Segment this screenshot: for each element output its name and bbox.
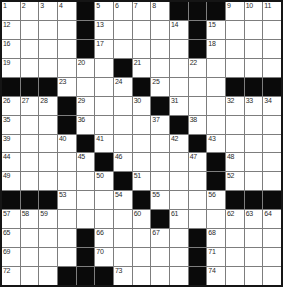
cell-r14c15[interactable] bbox=[263, 248, 281, 266]
cell-r7c9[interactable]: 37 bbox=[151, 116, 169, 134]
clue-number-38: 38 bbox=[190, 116, 197, 124]
cell-r12c8[interactable]: 60 bbox=[133, 210, 151, 228]
cell-r12c6[interactable] bbox=[95, 210, 113, 228]
cell-r3c2[interactable] bbox=[21, 40, 39, 58]
cell-r7c11[interactable]: 38 bbox=[189, 116, 207, 134]
cell-r10c5[interactable] bbox=[77, 172, 95, 190]
block-cell-r7c10 bbox=[170, 116, 188, 134]
cell-r9c8[interactable] bbox=[133, 153, 151, 171]
cell-r3c9[interactable] bbox=[151, 40, 169, 58]
cell-r1c2[interactable]: 2 bbox=[21, 2, 39, 20]
cell-r3c7[interactable] bbox=[114, 40, 132, 58]
clue-number-25: 25 bbox=[152, 78, 159, 86]
cell-r12c15[interactable]: 64 bbox=[263, 210, 281, 228]
clue-number-33: 33 bbox=[246, 97, 253, 105]
cell-r1c7[interactable]: 6 bbox=[114, 2, 132, 20]
cell-r11c12[interactable]: 56 bbox=[207, 191, 225, 209]
clue-number-66: 66 bbox=[96, 229, 103, 237]
clue-number-6: 6 bbox=[115, 2, 119, 10]
cell-r7c7[interactable] bbox=[114, 116, 132, 134]
block-cell-r11c2 bbox=[21, 191, 39, 209]
clue-number-69: 69 bbox=[3, 248, 10, 256]
cell-r4c4[interactable] bbox=[58, 59, 76, 77]
block-cell-r2c11 bbox=[189, 21, 207, 39]
cell-r15c14[interactable] bbox=[245, 267, 263, 285]
cell-r6c10[interactable]: 31 bbox=[170, 97, 188, 115]
cell-r8c10[interactable]: 42 bbox=[170, 135, 188, 153]
clue-number-30: 30 bbox=[134, 97, 141, 105]
block-cell-r9c12 bbox=[207, 153, 225, 171]
cell-r7c15[interactable] bbox=[263, 116, 281, 134]
clue-number-71: 71 bbox=[208, 248, 215, 256]
clue-number-51: 51 bbox=[134, 172, 141, 180]
cell-r4c15[interactable] bbox=[263, 59, 281, 77]
cell-r10c10[interactable] bbox=[170, 172, 188, 190]
cell-r7c3[interactable] bbox=[39, 116, 57, 134]
cell-r5c4[interactable]: 23 bbox=[58, 78, 76, 96]
cell-r8c4[interactable]: 40 bbox=[58, 135, 76, 153]
cell-r4c14[interactable] bbox=[245, 59, 263, 77]
cell-r3c6[interactable]: 17 bbox=[95, 40, 113, 58]
block-cell-r11c14 bbox=[245, 191, 263, 209]
clue-number-67: 67 bbox=[152, 229, 159, 237]
clue-number-73: 73 bbox=[115, 267, 122, 275]
clue-number-41: 41 bbox=[96, 135, 103, 143]
clue-number-61: 61 bbox=[171, 210, 178, 218]
cell-r3c3[interactable] bbox=[39, 40, 57, 58]
clue-number-31: 31 bbox=[171, 97, 178, 105]
clue-number-74: 74 bbox=[208, 267, 215, 275]
cell-r12c5[interactable] bbox=[77, 210, 95, 228]
cell-r2c1[interactable]: 12 bbox=[2, 21, 20, 39]
cell-r7c8[interactable] bbox=[133, 116, 151, 134]
block-cell-r12c9 bbox=[151, 210, 169, 228]
block-cell-r10c12 bbox=[207, 172, 225, 190]
cell-r15c2[interactable] bbox=[21, 267, 39, 285]
cell-r13c8[interactable] bbox=[133, 229, 151, 247]
cell-r14c14[interactable] bbox=[245, 248, 263, 266]
cell-r4c9[interactable] bbox=[151, 59, 169, 77]
clue-number-4: 4 bbox=[59, 2, 63, 10]
cell-r11c11[interactable] bbox=[189, 191, 207, 209]
cell-r12c12[interactable] bbox=[207, 210, 225, 228]
cell-r12c10[interactable]: 61 bbox=[170, 210, 188, 228]
cell-r6c12[interactable] bbox=[207, 97, 225, 115]
clue-number-59: 59 bbox=[40, 210, 47, 218]
cell-r8c1[interactable]: 39 bbox=[2, 135, 20, 153]
clue-number-35: 35 bbox=[3, 116, 10, 124]
cell-r13c15[interactable] bbox=[263, 229, 281, 247]
clue-number-8: 8 bbox=[152, 2, 156, 10]
cell-r2c6[interactable]: 13 bbox=[95, 21, 113, 39]
cell-r8c12[interactable]: 43 bbox=[207, 135, 225, 153]
cell-r10c11[interactable] bbox=[189, 172, 207, 190]
clue-number-60: 60 bbox=[134, 210, 141, 218]
block-cell-r3c5 bbox=[77, 40, 95, 58]
clue-number-19: 19 bbox=[3, 59, 10, 67]
cell-r14c9[interactable] bbox=[151, 248, 169, 266]
clue-number-9: 9 bbox=[227, 2, 231, 10]
cell-r2c3[interactable] bbox=[39, 21, 57, 39]
clue-number-70: 70 bbox=[96, 248, 103, 256]
clue-number-72: 72 bbox=[3, 267, 10, 275]
block-cell-r9c6 bbox=[95, 153, 113, 171]
cell-r2c13[interactable] bbox=[226, 21, 244, 39]
clue-number-43: 43 bbox=[208, 135, 215, 143]
cell-r4c6[interactable] bbox=[95, 59, 113, 77]
cell-r2c9[interactable] bbox=[151, 21, 169, 39]
clue-number-18: 18 bbox=[208, 40, 215, 48]
clue-number-3: 3 bbox=[40, 2, 44, 10]
clue-number-20: 20 bbox=[78, 59, 85, 67]
cell-r9c11[interactable]: 47 bbox=[189, 153, 207, 171]
cell-r8c14[interactable] bbox=[245, 135, 263, 153]
cell-r8c6[interactable]: 41 bbox=[95, 135, 113, 153]
clue-number-1: 1 bbox=[3, 2, 7, 10]
cell-r3c15[interactable] bbox=[263, 40, 281, 58]
cell-r1c9[interactable]: 8 bbox=[151, 2, 169, 20]
cell-r8c15[interactable] bbox=[263, 135, 281, 153]
clue-number-23: 23 bbox=[59, 78, 66, 86]
block-cell-r11c3 bbox=[39, 191, 57, 209]
cell-r13c7[interactable] bbox=[114, 229, 132, 247]
clue-number-53: 53 bbox=[59, 191, 66, 199]
clue-number-39: 39 bbox=[3, 135, 10, 143]
cell-r12c11[interactable] bbox=[189, 210, 207, 228]
cell-r15c8[interactable] bbox=[133, 267, 151, 285]
cell-r15c9[interactable] bbox=[151, 267, 169, 285]
cell-r15c10[interactable] bbox=[170, 267, 188, 285]
cell-r3c4[interactable] bbox=[58, 40, 76, 58]
cell-r4c8[interactable]: 21 bbox=[133, 59, 151, 77]
clue-number-44: 44 bbox=[3, 153, 10, 161]
cell-r8c3[interactable] bbox=[39, 135, 57, 153]
cell-r9c15[interactable] bbox=[263, 153, 281, 171]
cell-r9c3[interactable] bbox=[39, 153, 57, 171]
cell-r9c2[interactable] bbox=[21, 153, 39, 171]
cell-r5c10[interactable] bbox=[170, 78, 188, 96]
cell-r12c4[interactable] bbox=[58, 210, 76, 228]
block-cell-r15c6 bbox=[95, 267, 113, 285]
block-cell-r11c15 bbox=[263, 191, 281, 209]
cell-r2c7[interactable] bbox=[114, 21, 132, 39]
cell-r10c4[interactable] bbox=[58, 172, 76, 190]
cell-r13c2[interactable] bbox=[21, 229, 39, 247]
block-cell-r6c9 bbox=[151, 97, 169, 115]
cell-r6c13[interactable]: 32 bbox=[226, 97, 244, 115]
clue-number-17: 17 bbox=[96, 40, 103, 48]
block-cell-r14c5 bbox=[77, 248, 95, 266]
cell-r10c13[interactable]: 52 bbox=[226, 172, 244, 190]
block-cell-r5c14 bbox=[245, 78, 263, 96]
cell-r9c7[interactable]: 46 bbox=[114, 153, 132, 171]
cell-r15c12[interactable]: 74 bbox=[207, 267, 225, 285]
cell-r3c13[interactable] bbox=[226, 40, 244, 58]
cell-r2c4[interactable] bbox=[58, 21, 76, 39]
cell-r11c9[interactable]: 55 bbox=[151, 191, 169, 209]
cell-r3c8[interactable] bbox=[133, 40, 151, 58]
clue-number-62: 62 bbox=[227, 210, 234, 218]
cell-r6c14[interactable]: 33 bbox=[245, 97, 263, 115]
cell-r1c15[interactable]: 11 bbox=[263, 2, 281, 20]
cell-r10c9[interactable] bbox=[151, 172, 169, 190]
clue-number-21: 21 bbox=[134, 59, 141, 67]
cell-r11c4[interactable]: 53 bbox=[58, 191, 76, 209]
clue-number-11: 11 bbox=[264, 2, 271, 10]
cell-r2c8[interactable] bbox=[133, 21, 151, 39]
block-cell-r5c1 bbox=[2, 78, 20, 96]
cell-r14c13[interactable] bbox=[226, 248, 244, 266]
cell-r14c6[interactable]: 70 bbox=[95, 248, 113, 266]
clue-number-56: 56 bbox=[208, 191, 215, 199]
cell-r8c9[interactable] bbox=[151, 135, 169, 153]
crossword-grid: 1234567891011121314151617181920212223242… bbox=[0, 0, 283, 287]
cell-r15c3[interactable] bbox=[39, 267, 57, 285]
block-cell-r11c8 bbox=[133, 191, 151, 209]
cell-r10c8[interactable]: 51 bbox=[133, 172, 151, 190]
block-cell-r11c13 bbox=[226, 191, 244, 209]
block-cell-r15c5 bbox=[77, 267, 95, 285]
block-cell-r10c7 bbox=[114, 172, 132, 190]
cell-r4c5[interactable]: 20 bbox=[77, 59, 95, 77]
cell-r5c9[interactable]: 25 bbox=[151, 78, 169, 96]
cell-r4c1[interactable]: 19 bbox=[2, 59, 20, 77]
cell-r13c9[interactable]: 67 bbox=[151, 229, 169, 247]
cell-r6c7[interactable] bbox=[114, 97, 132, 115]
clue-number-5: 5 bbox=[96, 2, 100, 10]
cell-r4c11[interactable]: 22 bbox=[189, 59, 207, 77]
block-cell-r1c5 bbox=[77, 2, 95, 20]
clue-number-63: 63 bbox=[246, 210, 253, 218]
cell-r6c5[interactable]: 29 bbox=[77, 97, 95, 115]
cell-r13c6[interactable]: 66 bbox=[95, 229, 113, 247]
block-cell-r13c11 bbox=[189, 229, 207, 247]
clue-number-49: 49 bbox=[3, 172, 10, 180]
cell-r9c10[interactable] bbox=[170, 153, 188, 171]
cell-r4c3[interactable] bbox=[39, 59, 57, 77]
cell-r9c9[interactable] bbox=[151, 153, 169, 171]
cell-r12c14[interactable]: 63 bbox=[245, 210, 263, 228]
cell-r14c12[interactable]: 71 bbox=[207, 248, 225, 266]
cell-r9c4[interactable] bbox=[58, 153, 76, 171]
cell-r6c6[interactable] bbox=[95, 97, 113, 115]
cell-r1c14[interactable]: 10 bbox=[245, 2, 263, 20]
clue-number-32: 32 bbox=[227, 97, 234, 105]
cell-r14c1[interactable]: 69 bbox=[2, 248, 20, 266]
clue-number-46: 46 bbox=[115, 153, 122, 161]
cell-r2c10[interactable]: 14 bbox=[170, 21, 188, 39]
block-cell-r8c5 bbox=[77, 135, 95, 153]
cell-r14c2[interactable] bbox=[21, 248, 39, 266]
cell-r5c11[interactable] bbox=[189, 78, 207, 96]
cell-r4c2[interactable] bbox=[21, 59, 39, 77]
cell-r6c8[interactable]: 30 bbox=[133, 97, 151, 115]
cell-r2c2[interactable] bbox=[21, 21, 39, 39]
clue-number-37: 37 bbox=[152, 116, 159, 124]
cell-r6c1[interactable]: 26 bbox=[2, 97, 20, 115]
cell-r4c13[interactable] bbox=[226, 59, 244, 77]
cell-r3c12[interactable]: 18 bbox=[207, 40, 225, 58]
cell-r7c1[interactable]: 35 bbox=[2, 116, 20, 134]
cell-r12c7[interactable] bbox=[114, 210, 132, 228]
block-cell-r15c4 bbox=[58, 267, 76, 285]
cell-r9c14[interactable] bbox=[245, 153, 263, 171]
cell-r2c14[interactable] bbox=[245, 21, 263, 39]
cell-r10c15[interactable] bbox=[263, 172, 281, 190]
cell-r12c13[interactable]: 62 bbox=[226, 210, 244, 228]
block-cell-r14c11 bbox=[189, 248, 207, 266]
clue-number-55: 55 bbox=[152, 191, 159, 199]
cell-r10c2[interactable] bbox=[21, 172, 39, 190]
cell-r13c1[interactable]: 65 bbox=[2, 229, 20, 247]
clue-number-14: 14 bbox=[171, 21, 178, 29]
clue-number-29: 29 bbox=[78, 97, 85, 105]
block-cell-r3c11 bbox=[189, 40, 207, 58]
cell-r1c1[interactable]: 1 bbox=[2, 2, 20, 20]
cell-r8c7[interactable] bbox=[114, 135, 132, 153]
cell-r3c10[interactable] bbox=[170, 40, 188, 58]
cell-r10c1[interactable]: 49 bbox=[2, 172, 20, 190]
cell-r10c3[interactable] bbox=[39, 172, 57, 190]
cell-r7c12[interactable] bbox=[207, 116, 225, 134]
cell-r14c8[interactable] bbox=[133, 248, 151, 266]
cell-r9c13[interactable]: 48 bbox=[226, 153, 244, 171]
cell-r11c6[interactable] bbox=[95, 191, 113, 209]
cell-r13c3[interactable] bbox=[39, 229, 57, 247]
cell-r14c4[interactable] bbox=[58, 248, 76, 266]
clue-number-64: 64 bbox=[264, 210, 271, 218]
clue-number-26: 26 bbox=[3, 97, 10, 105]
clue-number-27: 27 bbox=[22, 97, 29, 105]
block-cell-r5c3 bbox=[39, 78, 57, 96]
cell-r14c10[interactable] bbox=[170, 248, 188, 266]
block-cell-r8c11 bbox=[189, 135, 207, 153]
clue-number-40: 40 bbox=[59, 135, 66, 143]
cell-r15c7[interactable]: 73 bbox=[114, 267, 132, 285]
cell-r15c13[interactable] bbox=[226, 267, 244, 285]
block-cell-r1c10 bbox=[170, 2, 188, 20]
cell-r1c8[interactable]: 7 bbox=[133, 2, 151, 20]
cell-r7c13[interactable] bbox=[226, 116, 244, 134]
cell-r9c1[interactable]: 44 bbox=[2, 153, 20, 171]
cell-r1c4[interactable]: 4 bbox=[58, 2, 76, 20]
clue-number-36: 36 bbox=[78, 116, 85, 124]
cell-r8c8[interactable] bbox=[133, 135, 151, 153]
cell-r13c10[interactable] bbox=[170, 229, 188, 247]
cell-r14c3[interactable] bbox=[39, 248, 57, 266]
cell-r5c12[interactable] bbox=[207, 78, 225, 96]
clue-number-47: 47 bbox=[190, 153, 197, 161]
clue-number-54: 54 bbox=[115, 191, 122, 199]
cell-r1c6[interactable]: 5 bbox=[95, 2, 113, 20]
clue-number-28: 28 bbox=[40, 97, 47, 105]
cell-r7c5[interactable]: 36 bbox=[77, 116, 95, 134]
block-cell-r15c11 bbox=[189, 267, 207, 285]
cell-r8c13[interactable] bbox=[226, 135, 244, 153]
clue-number-48: 48 bbox=[227, 153, 234, 161]
cell-r8c2[interactable] bbox=[21, 135, 39, 153]
clue-number-52: 52 bbox=[227, 172, 234, 180]
block-cell-r5c8 bbox=[133, 78, 151, 96]
clue-number-24: 24 bbox=[115, 78, 122, 86]
clue-number-68: 68 bbox=[208, 229, 215, 237]
clue-number-45: 45 bbox=[78, 153, 85, 161]
cell-r5c6[interactable] bbox=[95, 78, 113, 96]
clue-number-22: 22 bbox=[190, 59, 197, 67]
crossword-puzzle: 1234567891011121314151617181920212223242… bbox=[0, 0, 283, 287]
cell-r11c10[interactable] bbox=[170, 191, 188, 209]
cell-r14c7[interactable] bbox=[114, 248, 132, 266]
cell-r7c14[interactable] bbox=[245, 116, 263, 134]
cell-r15c15[interactable] bbox=[263, 267, 281, 285]
cell-r10c6[interactable]: 50 bbox=[95, 172, 113, 190]
block-cell-r11c1 bbox=[2, 191, 20, 209]
block-cell-r13c5 bbox=[77, 229, 95, 247]
cell-r3c14[interactable] bbox=[245, 40, 263, 58]
clue-number-65: 65 bbox=[3, 229, 10, 237]
cell-r12c1[interactable]: 57 bbox=[2, 210, 20, 228]
cell-r15c1[interactable]: 72 bbox=[2, 267, 20, 285]
cell-r13c14[interactable] bbox=[245, 229, 263, 247]
cell-r4c10[interactable] bbox=[170, 59, 188, 77]
block-cell-r5c2 bbox=[21, 78, 39, 96]
clue-number-58: 58 bbox=[22, 210, 29, 218]
clue-number-12: 12 bbox=[3, 21, 10, 29]
cell-r5c5[interactable] bbox=[77, 78, 95, 96]
cell-r7c2[interactable] bbox=[21, 116, 39, 134]
clue-number-7: 7 bbox=[134, 2, 138, 10]
cell-r9c5[interactable]: 45 bbox=[77, 153, 95, 171]
block-cell-r2c5 bbox=[77, 21, 95, 39]
block-cell-r7c4 bbox=[58, 116, 76, 134]
cell-r6c11[interactable] bbox=[189, 97, 207, 115]
cell-r13c4[interactable] bbox=[58, 229, 76, 247]
cell-r2c12[interactable]: 15 bbox=[207, 21, 225, 39]
clue-number-57: 57 bbox=[3, 210, 10, 218]
clue-number-50: 50 bbox=[96, 172, 103, 180]
block-cell-r1c11 bbox=[189, 2, 207, 20]
clue-number-10: 10 bbox=[246, 2, 253, 10]
cell-r13c12[interactable]: 68 bbox=[207, 229, 225, 247]
cell-r1c13[interactable]: 9 bbox=[226, 2, 244, 20]
block-cell-r4c7 bbox=[114, 59, 132, 77]
cell-r4c12[interactable] bbox=[207, 59, 225, 77]
cell-r10c14[interactable] bbox=[245, 172, 263, 190]
cell-r6c2[interactable]: 27 bbox=[21, 97, 39, 115]
block-cell-r6c4 bbox=[58, 97, 76, 115]
block-cell-r1c12 bbox=[207, 2, 225, 20]
clue-number-13: 13 bbox=[96, 21, 103, 29]
clue-number-2: 2 bbox=[22, 2, 26, 10]
cell-r12c3[interactable]: 59 bbox=[39, 210, 57, 228]
clue-number-15: 15 bbox=[208, 21, 215, 29]
cell-r6c15[interactable]: 34 bbox=[263, 97, 281, 115]
clue-number-16: 16 bbox=[3, 40, 10, 48]
cell-r12c2[interactable]: 58 bbox=[21, 210, 39, 228]
block-cell-r5c13 bbox=[226, 78, 244, 96]
cell-r11c7[interactable]: 54 bbox=[114, 191, 132, 209]
cell-r11c5[interactable] bbox=[77, 191, 95, 209]
cell-r3c1[interactable]: 16 bbox=[2, 40, 20, 58]
cell-r1c3[interactable]: 3 bbox=[39, 2, 57, 20]
block-cell-r5c15 bbox=[263, 78, 281, 96]
clue-number-34: 34 bbox=[264, 97, 271, 105]
cell-r5c7[interactable]: 24 bbox=[114, 78, 132, 96]
cell-r7c6[interactable] bbox=[95, 116, 113, 134]
cell-r6c3[interactable]: 28 bbox=[39, 97, 57, 115]
cell-r2c15[interactable] bbox=[263, 21, 281, 39]
cell-r13c13[interactable] bbox=[226, 229, 244, 247]
